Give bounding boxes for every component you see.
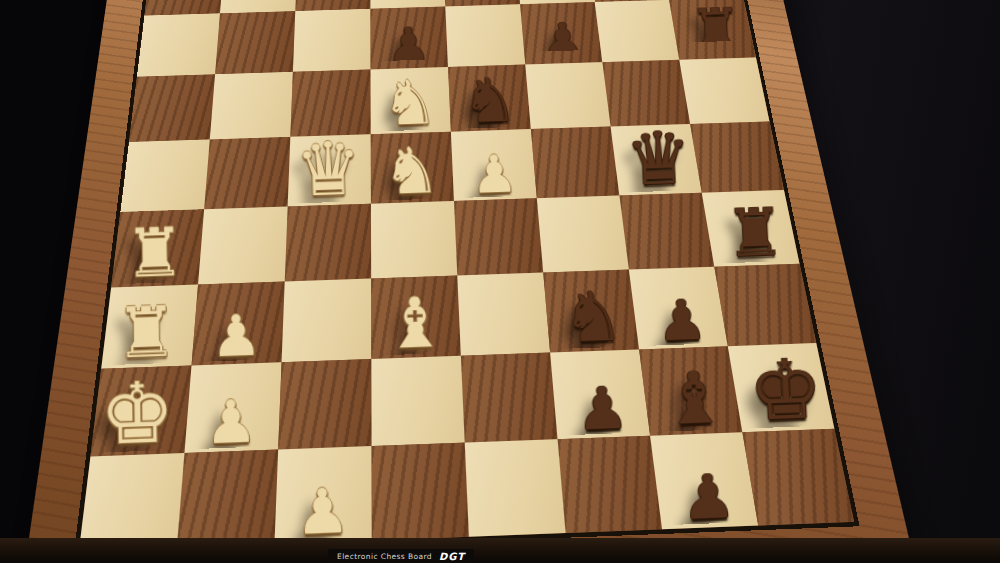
square-h7[interactable]: ♟ xyxy=(650,432,758,529)
black-pawn-glyph: ♟ xyxy=(575,378,629,438)
white-queen-glyph: ♛ xyxy=(294,131,362,207)
black-pawn[interactable]: ♟ xyxy=(522,0,602,65)
square-h4[interactable] xyxy=(372,443,469,541)
black-king[interactable]: ♚ xyxy=(737,336,834,432)
square-f4[interactable]: ♝ xyxy=(371,276,461,360)
white-rook-glyph: ♜ xyxy=(115,297,178,369)
square-f5[interactable] xyxy=(457,273,550,356)
square-d4[interactable]: ♞ xyxy=(371,132,454,204)
black-pawn[interactable]: ♟ xyxy=(554,343,650,440)
white-pawn-glyph: ♟ xyxy=(295,480,351,544)
square-g7[interactable]: ♝ xyxy=(639,346,742,435)
black-pawn-glyph: ♟ xyxy=(540,16,585,65)
black-rook[interactable]: ♜ xyxy=(710,179,799,267)
square-g3[interactable] xyxy=(278,359,371,450)
square-g5[interactable] xyxy=(461,353,558,443)
black-rook[interactable]: ♜ xyxy=(675,0,755,60)
square-c2[interactable] xyxy=(210,72,293,140)
white-queen[interactable]: ♛ xyxy=(286,122,371,207)
square-e8[interactable]: ♜ xyxy=(702,190,800,267)
square-b6[interactable]: ♟ xyxy=(520,2,602,65)
white-pawn-glyph: ♟ xyxy=(470,148,518,201)
square-g8[interactable]: ♚ xyxy=(728,343,835,432)
chess-board: ♟♟♟♜♞♞♛♞♟♛♜♜♜♟♝♞♟♚♟♟♝♚♟♟ xyxy=(73,0,859,557)
black-knight-glyph: ♞ xyxy=(561,281,625,352)
square-e3[interactable] xyxy=(285,204,371,282)
black-bishop-glyph: ♝ xyxy=(661,361,728,435)
square-b2[interactable] xyxy=(215,11,295,74)
black-pawn[interactable]: ♟ xyxy=(635,258,728,350)
square-b3[interactable] xyxy=(293,9,371,72)
black-rook-glyph: ♜ xyxy=(688,0,744,60)
square-h5[interactable] xyxy=(465,439,566,537)
table-front-edge xyxy=(0,538,1000,563)
dgt-logo: DGT xyxy=(439,551,465,562)
black-queen-glyph: ♛ xyxy=(624,120,693,195)
square-b1[interactable] xyxy=(137,13,220,76)
square-c1[interactable] xyxy=(129,74,215,142)
white-bishop-glyph: ♝ xyxy=(383,288,447,359)
white-pawn[interactable]: ♟ xyxy=(190,273,282,366)
square-e5[interactable] xyxy=(454,198,543,275)
square-f3[interactable] xyxy=(282,278,372,362)
dgt-product-label: Electronic Chess Board DGT xyxy=(328,549,474,563)
white-pawn-glyph: ♟ xyxy=(204,392,258,453)
chess-board-frame: ♟♟♟♜♞♞♛♞♟♛♜♜♜♟♝♞♟♚♟♟♝♚♟♟ xyxy=(19,0,917,563)
square-h6[interactable] xyxy=(558,436,662,533)
square-d6[interactable] xyxy=(531,127,620,199)
square-g4[interactable] xyxy=(371,356,464,446)
white-king[interactable]: ♚ xyxy=(90,359,185,456)
chess-board-grid: ♟♟♟♜♞♞♛♞♟♛♜♜♜♟♝♞♟♚♟♟♝♚♟♟ xyxy=(79,0,854,552)
square-f1[interactable]: ♜ xyxy=(101,284,198,368)
square-b8[interactable]: ♜ xyxy=(669,0,756,60)
white-king-glyph: ♚ xyxy=(99,370,175,457)
square-f7[interactable]: ♟ xyxy=(629,267,728,350)
square-f8[interactable] xyxy=(714,264,816,347)
white-knight[interactable]: ♞ xyxy=(369,119,454,204)
square-h8[interactable] xyxy=(742,429,854,526)
black-rook-glyph: ♜ xyxy=(724,199,786,267)
square-f2[interactable]: ♟ xyxy=(192,281,285,365)
black-bishop[interactable]: ♝ xyxy=(646,339,742,435)
square-d5[interactable]: ♟ xyxy=(451,129,537,201)
square-g6[interactable]: ♟ xyxy=(550,349,650,439)
square-f6[interactable]: ♞ xyxy=(543,270,639,353)
square-b7[interactable] xyxy=(595,0,680,62)
photo-scene: ♟♟♟♜♞♞♛♞♟♛♜♜♜♟♝♞♟♚♟♟♝♚♟♟ Electronic Ches… xyxy=(0,0,1000,563)
white-pawn[interactable]: ♟ xyxy=(183,356,278,453)
square-d7[interactable]: ♛ xyxy=(611,124,702,196)
white-pawn[interactable]: ♟ xyxy=(451,117,537,202)
white-knight-glyph: ♞ xyxy=(382,138,441,203)
product-label-text: Electronic Chess Board xyxy=(337,552,432,561)
square-d2[interactable] xyxy=(204,137,290,209)
square-g2[interactable]: ♟ xyxy=(184,362,281,453)
square-d3[interactable]: ♛ xyxy=(288,134,371,206)
white-bishop[interactable]: ♝ xyxy=(369,267,461,360)
square-c6[interactable] xyxy=(525,62,610,129)
black-knight[interactable]: ♞ xyxy=(546,261,638,353)
white-rook[interactable]: ♜ xyxy=(100,276,191,369)
black-king-glyph: ♚ xyxy=(747,347,825,433)
white-pawn[interactable]: ♟ xyxy=(272,442,372,544)
square-h3[interactable]: ♟ xyxy=(274,446,371,544)
black-pawn-glyph: ♟ xyxy=(680,465,737,528)
white-rook[interactable]: ♜ xyxy=(110,199,198,288)
black-queen[interactable]: ♛ xyxy=(616,111,702,196)
square-g1[interactable]: ♚ xyxy=(90,365,191,456)
square-h2[interactable] xyxy=(177,450,278,549)
black-pawn[interactable]: ♟ xyxy=(657,428,757,529)
